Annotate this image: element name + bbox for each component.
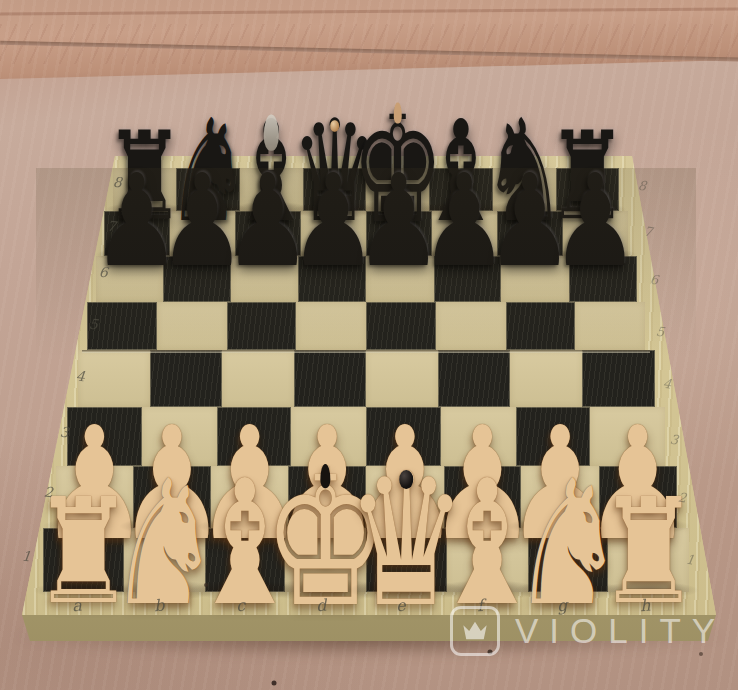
board-rank-1: ♜♞♝♚♛♝♞♜	[43, 528, 689, 592]
square-f5	[436, 302, 506, 350]
square-c5	[227, 302, 297, 350]
file-label-f: f	[476, 596, 483, 615]
chess-board: ♜♞♝♛♚♝♞♜♟♟♟♟♟♟♟♟♟♟♟♟♟♟♟♟♜♞♝♚♛♝♞♜	[36, 168, 696, 592]
rank-label-left-2: 2	[43, 484, 54, 501]
square-d5	[296, 302, 366, 350]
piece-black-pawn-h7: ♟	[551, 157, 639, 284]
rank-label-left-7: 7	[106, 218, 117, 235]
photo-scene: ♜♞♝♛♚♝♞♜♟♟♟♟♟♟♟♟♟♟♟♟♟♟♟♟♜♞♝♚♛♝♞♜ abcdefg…	[0, 0, 738, 690]
file-label-d: d	[315, 596, 327, 616]
fabric-specks	[0, 0, 2, 2]
board-fold-hinge	[82, 350, 650, 353]
board-rank-7: ♟♟♟♟♟♟♟♟	[104, 211, 628, 256]
rank-label-left-3: 3	[59, 424, 70, 441]
file-label-b: b	[153, 596, 165, 616]
board-rank-5	[87, 302, 645, 350]
rank-label-left-5: 5	[88, 316, 99, 333]
rank-label-left-6: 6	[98, 264, 109, 281]
rank-label-left-4: 4	[75, 368, 86, 385]
square-h1: ♜	[608, 528, 689, 592]
file-label-h: h	[639, 596, 651, 616]
rank-label-left-8: 8	[112, 174, 123, 191]
square-b5	[157, 302, 227, 350]
square-h5	[575, 302, 645, 350]
file-label-g: g	[556, 596, 568, 616]
file-label-a: a	[71, 596, 82, 616]
file-label-e: e	[395, 596, 406, 616]
sofa-cushion-roll	[0, 0, 738, 80]
rank-label-left-1: 1	[21, 548, 32, 565]
square-e5	[366, 302, 436, 350]
square-g5	[506, 302, 576, 350]
square-h7: ♟	[563, 211, 629, 256]
file-label-c: c	[235, 596, 245, 616]
